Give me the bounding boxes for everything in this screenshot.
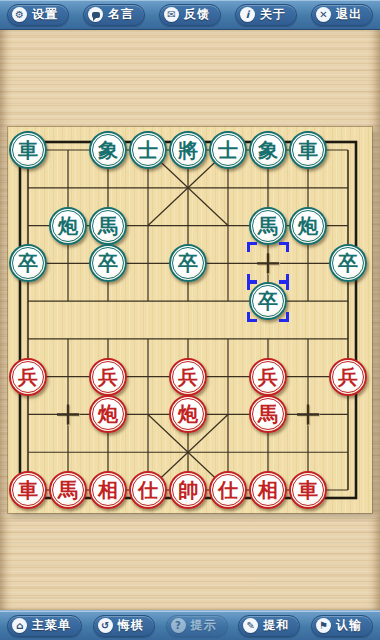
hint-icon: ? [171,618,186,633]
exit-button[interactable]: ✕退出 [311,4,373,26]
home-icon: ⌂ [12,618,27,633]
piece-red-cannon[interactable]: 炮 [169,395,207,433]
piece-red-soldier[interactable]: 兵 [329,358,367,396]
exit-label: 退出 [336,6,362,23]
close-icon: ✕ [316,7,331,22]
piece-black-cannon[interactable]: 炮 [49,207,87,245]
speech-bubble-icon [88,7,103,22]
resign-label: 认输 [336,617,362,634]
about-label: 关于 [260,6,286,23]
piece-red-soldier[interactable]: 兵 [249,358,287,396]
piece-black-cannon[interactable]: 炮 [289,207,327,245]
settings-button[interactable]: ⚙设置 [7,4,69,26]
piece-red-soldier[interactable]: 兵 [169,358,207,396]
piece-red-soldier[interactable]: 兵 [9,358,47,396]
piece-black-elephant[interactable]: 象 [249,131,287,169]
settings-label: 设置 [32,6,58,23]
pieces-layer: 車象士將士象車炮馬馬炮卒卒卒卒卒兵兵兵兵兵炮炮馬車馬相仕帥仕相車 [8,131,368,509]
hint-button: ?提示 [166,615,228,637]
piece-black-chariot[interactable]: 車 [9,131,47,169]
piece-black-general[interactable]: 將 [169,131,207,169]
xiangqi-app: ⚙设置名言✉反馈i关于✕退出 車象士將士象車炮馬馬炮卒卒卒卒卒兵兵兵兵兵炮炮馬車… [0,0,380,640]
offer-draw-label: 提和 [263,617,289,634]
piece-black-soldier[interactable]: 卒 [169,244,207,282]
undo-move-button[interactable]: ↺悔棋 [93,615,155,637]
top-toolbar: ⚙设置名言✉反馈i关于✕退出 [0,0,380,30]
gear-icon: ⚙ [12,7,27,22]
info-icon: i [240,7,255,22]
piece-red-horse[interactable]: 馬 [249,395,287,433]
offer-draw-button[interactable]: ✎提和 [238,615,300,637]
main-menu-label: 主菜单 [32,617,71,634]
feedback-button[interactable]: ✉反馈 [159,4,221,26]
pencil-icon: ✎ [243,618,258,633]
piece-red-chariot[interactable]: 車 [9,471,47,509]
piece-black-horse[interactable]: 馬 [249,207,287,245]
piece-black-chariot[interactable]: 車 [289,131,327,169]
about-button[interactable]: i关于 [235,4,297,26]
xiangqi-board: 車象士將士象車炮馬馬炮卒卒卒卒卒兵兵兵兵兵炮炮馬車馬相仕帥仕相車 [8,127,372,513]
main-menu-button[interactable]: ⌂主菜单 [7,615,82,637]
piece-red-chariot[interactable]: 車 [289,471,327,509]
piece-black-soldier[interactable]: 卒 [329,244,367,282]
piece-black-advisor[interactable]: 士 [129,131,167,169]
piece-black-soldier[interactable]: 卒 [89,244,127,282]
piece-red-elephant[interactable]: 相 [89,471,127,509]
bottom-toolbar: ⌂主菜单↺悔棋?提示✎提和⚑认输 [0,610,380,640]
piece-red-soldier[interactable]: 兵 [89,358,127,396]
flag-icon: ⚑ [316,618,331,633]
piece-black-soldier[interactable]: 卒 [249,282,287,320]
feedback-label: 反馈 [184,6,210,23]
piece-black-horse[interactable]: 馬 [89,207,127,245]
piece-red-general[interactable]: 帥 [169,471,207,509]
piece-red-elephant[interactable]: 相 [249,471,287,509]
piece-black-advisor[interactable]: 士 [209,131,247,169]
quotes-label: 名言 [108,6,134,23]
piece-red-cannon[interactable]: 炮 [89,395,127,433]
undo-move-label: 悔棋 [118,617,144,634]
resign-button[interactable]: ⚑认输 [311,615,373,637]
hint-label: 提示 [191,617,217,634]
last-move-marker [247,242,289,284]
envelope-icon: ✉ [164,7,179,22]
quotes-button[interactable]: 名言 [83,4,145,26]
piece-red-horse[interactable]: 馬 [49,471,87,509]
piece-black-soldier[interactable]: 卒 [9,244,47,282]
piece-red-advisor[interactable]: 仕 [129,471,167,509]
piece-black-elephant[interactable]: 象 [89,131,127,169]
undo-icon: ↺ [98,618,113,633]
piece-red-advisor[interactable]: 仕 [209,471,247,509]
